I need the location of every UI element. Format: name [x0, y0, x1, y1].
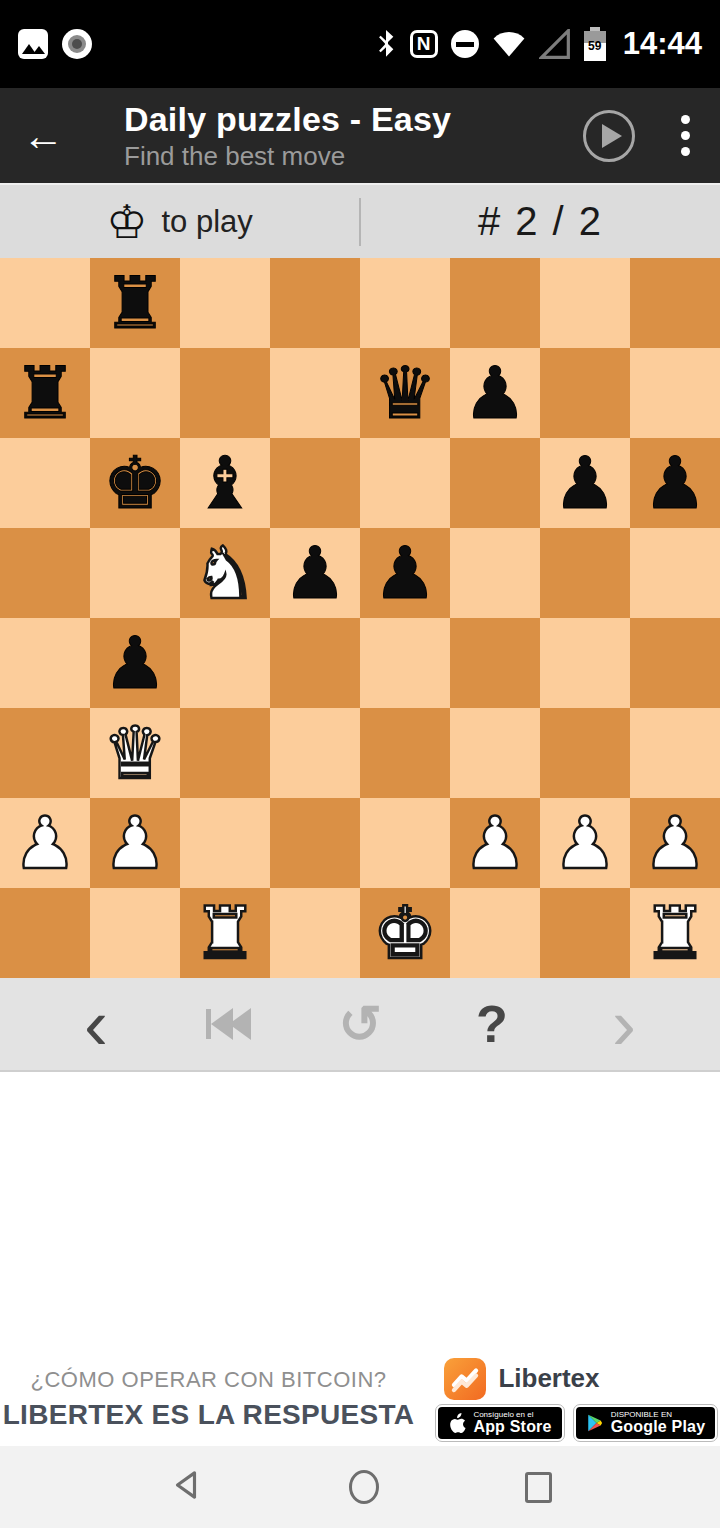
- square-f5[interactable]: [450, 528, 540, 618]
- do-not-disturb-icon: [451, 30, 479, 58]
- wifi-icon: [492, 30, 526, 58]
- ad-banner[interactable]: ¿CÓMO OPERAR CON BITCOIN? LIBERTEX ES LA…: [0, 1352, 720, 1446]
- square-h3[interactable]: [630, 708, 720, 798]
- puzzle-info-bar: ♔ to play # 2 / 2: [0, 183, 720, 258]
- square-b7[interactable]: [90, 348, 180, 438]
- square-a7[interactable]: ♜: [0, 348, 90, 438]
- piece-black-king: ♚: [103, 438, 168, 528]
- android-recents-button[interactable]: [525, 1472, 552, 1503]
- square-c1[interactable]: ♜: [180, 888, 270, 978]
- ad-brand-name: Libertex: [498, 1363, 599, 1394]
- bluetooth-icon: [375, 28, 397, 60]
- piece-black-pawn: ♟: [373, 528, 438, 618]
- square-g6[interactable]: ♟: [540, 438, 630, 528]
- overflow-menu-button[interactable]: [673, 111, 698, 160]
- square-a8[interactable]: [0, 258, 90, 348]
- app-store-label: App Store: [473, 1419, 551, 1435]
- piece-white-pawn: ♟: [553, 798, 618, 888]
- play-button[interactable]: [583, 110, 635, 162]
- piece-black-pawn: ♟: [553, 438, 618, 528]
- piece-black-queen: ♛: [373, 348, 438, 438]
- move-controls-bar: ‹ ↺ ? ›: [0, 978, 720, 1072]
- square-d6[interactable]: [270, 438, 360, 528]
- square-c4[interactable]: [180, 618, 270, 708]
- status-bar: N 59 14:44: [0, 0, 720, 88]
- libertex-logo-icon: [444, 1358, 486, 1400]
- square-h4[interactable]: [630, 618, 720, 708]
- piece-white-knight: ♞: [193, 528, 258, 618]
- screenshot-notification-icon: [62, 29, 92, 59]
- next-move-button[interactable]: ›: [589, 989, 659, 1059]
- android-navigation-bar: [0, 1446, 720, 1528]
- app-bar: ← Daily puzzles - Easy Find the best mov…: [0, 88, 720, 183]
- square-a1[interactable]: [0, 888, 90, 978]
- square-a3[interactable]: [0, 708, 90, 798]
- square-c8[interactable]: [180, 258, 270, 348]
- square-h2[interactable]: ♟: [630, 798, 720, 888]
- battery-percent: 59: [588, 39, 601, 53]
- piece-white-queen: ♛: [103, 708, 168, 798]
- chess-board: ♜♜♛♟♚♝♟♟♞♟♟♟♛♟♟♟♟♟♜♚♜: [0, 258, 720, 978]
- square-e2[interactable]: [360, 798, 450, 888]
- square-d5[interactable]: ♟: [270, 528, 360, 618]
- piece-white-pawn: ♟: [13, 798, 78, 888]
- hint-button[interactable]: ?: [457, 989, 527, 1059]
- piece-white-pawn: ♟: [643, 798, 708, 888]
- square-a6[interactable]: [0, 438, 90, 528]
- ad-subheadline: LIBERTEX ES LA RESPUESTA: [3, 1399, 415, 1431]
- white-king-icon: ♔: [106, 199, 147, 245]
- page-subtitle: Find the best move: [124, 141, 451, 172]
- back-arrow-icon[interactable]: ←: [22, 115, 82, 157]
- square-f4[interactable]: [450, 618, 540, 708]
- nfc-icon: N: [410, 30, 438, 58]
- rewind-icon: [206, 1008, 251, 1040]
- square-d7[interactable]: [270, 348, 360, 438]
- square-h1[interactable]: ♜: [630, 888, 720, 978]
- google-play-icon: [586, 1413, 604, 1433]
- piece-black-pawn: ♟: [283, 528, 348, 618]
- square-g2[interactable]: ♟: [540, 798, 630, 888]
- square-a4[interactable]: [0, 618, 90, 708]
- gallery-notification-icon: [18, 29, 48, 59]
- square-c3[interactable]: [180, 708, 270, 798]
- ad-headline: ¿CÓMO OPERAR CON BITCOIN?: [3, 1367, 415, 1393]
- square-d4[interactable]: [270, 618, 360, 708]
- square-h6[interactable]: ♟: [630, 438, 720, 528]
- square-e1[interactable]: ♚: [360, 888, 450, 978]
- square-g3[interactable]: [540, 708, 630, 798]
- puzzle-counter: # 2 / 2: [478, 199, 603, 244]
- square-g8[interactable]: [540, 258, 630, 348]
- square-a2[interactable]: ♟: [0, 798, 90, 888]
- square-c7[interactable]: [180, 348, 270, 438]
- square-f7[interactable]: ♟: [450, 348, 540, 438]
- square-d8[interactable]: [270, 258, 360, 348]
- square-f1[interactable]: [450, 888, 540, 978]
- android-back-button[interactable]: [169, 1468, 203, 1506]
- square-f3[interactable]: [450, 708, 540, 798]
- play-icon: [602, 124, 622, 148]
- cell-signal-icon: [539, 29, 571, 59]
- square-e6[interactable]: [360, 438, 450, 528]
- square-e4[interactable]: [360, 618, 450, 708]
- piece-black-rook: ♜: [13, 348, 78, 438]
- square-f6[interactable]: [450, 438, 540, 528]
- piece-black-pawn: ♟: [463, 348, 528, 438]
- square-f8[interactable]: [450, 258, 540, 348]
- square-b3[interactable]: ♛: [90, 708, 180, 798]
- page-title: Daily puzzles - Easy: [124, 100, 451, 139]
- square-a5[interactable]: [0, 528, 90, 618]
- square-b8[interactable]: ♜: [90, 258, 180, 348]
- undo-button[interactable]: ↺: [325, 989, 395, 1059]
- google-play-badge[interactable]: DISPONIBLE EN Google Play: [574, 1405, 718, 1441]
- google-play-label: Google Play: [611, 1419, 706, 1435]
- square-e5[interactable]: ♟: [360, 528, 450, 618]
- square-b5[interactable]: [90, 528, 180, 618]
- rewind-to-start-button[interactable]: [193, 989, 263, 1059]
- clock-text: 14:44: [623, 26, 702, 62]
- piece-white-pawn: ♟: [463, 798, 528, 888]
- square-c5[interactable]: ♞: [180, 528, 270, 618]
- android-home-button[interactable]: [349, 1470, 379, 1504]
- square-g7[interactable]: [540, 348, 630, 438]
- square-f2[interactable]: ♟: [450, 798, 540, 888]
- square-h5[interactable]: [630, 528, 720, 618]
- piece-white-king: ♚: [373, 888, 438, 978]
- content-spacer: [0, 1072, 720, 1352]
- square-c6[interactable]: ♝: [180, 438, 270, 528]
- piece-white-rook: ♜: [643, 888, 708, 978]
- to-play-label: to play: [161, 204, 252, 240]
- square-b4[interactable]: ♟: [90, 618, 180, 708]
- piece-black-pawn: ♟: [103, 618, 168, 708]
- square-d2[interactable]: [270, 798, 360, 888]
- apple-icon: [448, 1412, 466, 1434]
- piece-white-pawn: ♟: [103, 798, 168, 888]
- square-g1[interactable]: [540, 888, 630, 978]
- square-g5[interactable]: [540, 528, 630, 618]
- app-store-badge[interactable]: Consíguelo en el App Store: [436, 1405, 563, 1441]
- square-h7[interactable]: [630, 348, 720, 438]
- square-b1[interactable]: [90, 888, 180, 978]
- battery-icon: 59: [584, 27, 606, 61]
- piece-white-rook: ♜: [193, 888, 258, 978]
- square-d3[interactable]: [270, 708, 360, 798]
- piece-black-pawn: ♟: [643, 438, 708, 528]
- piece-black-bishop: ♝: [193, 438, 258, 528]
- previous-move-button[interactable]: ‹: [61, 989, 131, 1059]
- square-c2[interactable]: [180, 798, 270, 888]
- piece-black-rook: ♜: [103, 258, 168, 348]
- square-e3[interactable]: [360, 708, 450, 798]
- square-b2[interactable]: ♟: [90, 798, 180, 888]
- square-e8[interactable]: [360, 258, 450, 348]
- square-b6[interactable]: ♚: [90, 438, 180, 528]
- square-d1[interactable]: [270, 888, 360, 978]
- square-g4[interactable]: [540, 618, 630, 708]
- square-h8[interactable]: [630, 258, 720, 348]
- square-e7[interactable]: ♛: [360, 348, 450, 438]
